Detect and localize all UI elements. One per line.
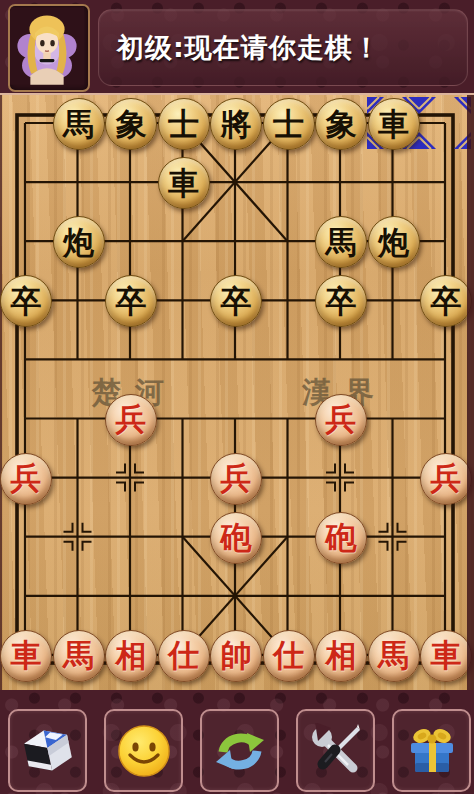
bottom-toolbar: 觅趣网 <box>0 690 474 794</box>
piece-black-soldier[interactable]: 卒 <box>210 275 262 327</box>
piece-black-soldier[interactable]: 卒 <box>0 275 52 327</box>
piece-red-soldier[interactable]: 兵 <box>105 394 157 446</box>
piece-red-elephant[interactable]: 相 <box>315 630 367 682</box>
piece-red-chariot[interactable]: 車 <box>0 630 52 682</box>
piece-black-horse[interactable]: 馬 <box>315 216 367 268</box>
piece-black-soldier[interactable]: 卒 <box>105 275 157 327</box>
piece-red-cannon[interactable]: 砲 <box>210 512 262 564</box>
smiley-button[interactable] <box>104 709 183 792</box>
piece-black-chariot[interactable]: 車 <box>368 98 420 150</box>
piece-red-soldier[interactable]: 兵 <box>315 394 367 446</box>
restart-button[interactable] <box>200 709 279 792</box>
piece-black-elephant[interactable]: 象 <box>105 98 157 150</box>
status-message: 初级:现在请你走棋！ <box>99 30 381 66</box>
piece-red-soldier[interactable]: 兵 <box>0 453 52 505</box>
piece-black-soldier[interactable]: 卒 <box>420 275 472 327</box>
anime-girl-avatar <box>10 6 84 86</box>
piece-red-cannon[interactable]: 砲 <box>315 512 367 564</box>
piece-red-general[interactable]: 帥 <box>210 630 262 682</box>
piece-black-cannon[interactable]: 炮 <box>53 216 105 268</box>
piece-black-cannon[interactable]: 炮 <box>368 216 420 268</box>
message-bubble: 初级:现在请你走棋！ <box>98 9 468 86</box>
piece-red-chariot[interactable]: 車 <box>420 630 472 682</box>
piece-red-elephant[interactable]: 相 <box>105 630 157 682</box>
piece-red-horse[interactable]: 馬 <box>53 630 105 682</box>
eraser-button[interactable] <box>8 709 87 792</box>
eraser-icon <box>20 723 76 779</box>
piece-black-chariot[interactable]: 車 <box>158 157 210 209</box>
smiley-icon <box>116 723 172 779</box>
tools-icon <box>308 723 364 779</box>
board-grid <box>0 95 474 690</box>
piece-red-advisor[interactable]: 仕 <box>263 630 315 682</box>
piece-red-soldier[interactable]: 兵 <box>210 453 262 505</box>
refresh-icon <box>212 723 268 779</box>
piece-red-horse[interactable]: 馬 <box>368 630 420 682</box>
piece-red-advisor[interactable]: 仕 <box>158 630 210 682</box>
avatar <box>8 4 90 92</box>
piece-black-soldier[interactable]: 卒 <box>315 275 367 327</box>
piece-black-general[interactable]: 將 <box>210 98 262 150</box>
gift-button[interactable] <box>392 709 471 792</box>
top-status-bar: 初级:现在请你走棋！ <box>0 0 474 93</box>
tools-button[interactable] <box>296 709 375 792</box>
piece-black-elephant[interactable]: 象 <box>315 98 367 150</box>
piece-red-soldier[interactable]: 兵 <box>420 453 472 505</box>
xiangqi-board[interactable]: 楚河 漢界 馬象士將士象車車炮馬炮卒卒卒卒卒兵兵兵兵兵砲砲車馬相仕帥仕相馬車 <box>0 95 474 690</box>
gift-icon <box>404 723 460 779</box>
piece-black-advisor[interactable]: 士 <box>263 98 315 150</box>
piece-black-advisor[interactable]: 士 <box>158 98 210 150</box>
piece-black-horse[interactable]: 馬 <box>53 98 105 150</box>
